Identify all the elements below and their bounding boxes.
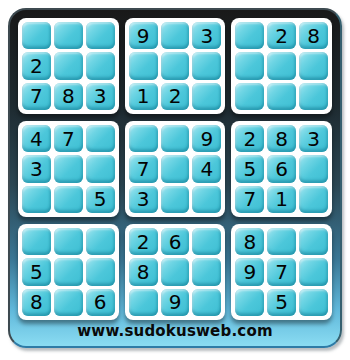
cell-r5c5[interactable] — [161, 155, 190, 182]
cell-r9c8[interactable]: 5 — [267, 289, 296, 316]
cell-r4c9[interactable]: 3 — [299, 125, 328, 152]
cell-r3c7[interactable] — [235, 83, 264, 110]
sudoku-widget: 278393122847359743283567158626898975 www… — [0, 0, 350, 360]
cell-r8c9[interactable] — [299, 258, 328, 285]
cell-r3c1[interactable]: 7 — [22, 83, 51, 110]
cell-r7c2[interactable] — [54, 228, 83, 255]
sudoku-board-frame: 278393122847359743283567158626898975 www… — [8, 8, 342, 348]
cell-r7c7[interactable]: 8 — [235, 228, 264, 255]
cell-r6c2[interactable] — [54, 186, 83, 213]
cell-r7c4[interactable]: 2 — [129, 228, 158, 255]
sudoku-box-0-1: 9312 — [125, 18, 226, 114]
cell-r8c4[interactable]: 8 — [129, 258, 158, 285]
cell-r1c7[interactable] — [235, 22, 264, 49]
cell-r6c3[interactable]: 5 — [86, 186, 115, 213]
cell-r7c9[interactable] — [299, 228, 328, 255]
cell-r4c7[interactable]: 2 — [235, 125, 264, 152]
cell-r4c1[interactable]: 4 — [22, 125, 51, 152]
cell-r1c1[interactable] — [22, 22, 51, 49]
cell-r9c2[interactable] — [54, 289, 83, 316]
cell-r4c6[interactable]: 9 — [192, 125, 221, 152]
cell-r9c5[interactable]: 9 — [161, 289, 190, 316]
site-url[interactable]: www.sudokusweb.com — [10, 320, 340, 342]
cell-r1c6[interactable]: 3 — [192, 22, 221, 49]
cell-r5c8[interactable]: 6 — [267, 155, 296, 182]
cell-r6c7[interactable]: 7 — [235, 186, 264, 213]
sudoku-box-0-2: 28 — [231, 18, 332, 114]
cell-r9c9[interactable] — [299, 289, 328, 316]
cell-r2c8[interactable] — [267, 52, 296, 79]
cell-r9c6[interactable] — [192, 289, 221, 316]
cell-r9c1[interactable]: 8 — [22, 289, 51, 316]
cell-r2c3[interactable] — [86, 52, 115, 79]
cell-r3c3[interactable]: 3 — [86, 83, 115, 110]
cell-r9c7[interactable] — [235, 289, 264, 316]
sudoku-box-2-1: 2689 — [125, 224, 226, 320]
cell-r8c8[interactable]: 7 — [267, 258, 296, 285]
cell-r7c1[interactable] — [22, 228, 51, 255]
cell-r7c5[interactable]: 6 — [161, 228, 190, 255]
cell-r8c2[interactable] — [54, 258, 83, 285]
cell-r1c5[interactable] — [161, 22, 190, 49]
cell-r3c4[interactable]: 1 — [129, 83, 158, 110]
sudoku-box-1-0: 4735 — [18, 121, 119, 217]
cell-r8c3[interactable] — [86, 258, 115, 285]
cell-r4c3[interactable] — [86, 125, 115, 152]
cell-r2c9[interactable] — [299, 52, 328, 79]
cell-r9c3[interactable]: 6 — [86, 289, 115, 316]
cell-r5c3[interactable] — [86, 155, 115, 182]
cell-r5c2[interactable] — [54, 155, 83, 182]
cell-r6c8[interactable]: 1 — [267, 186, 296, 213]
cell-r1c3[interactable] — [86, 22, 115, 49]
cell-r5c1[interactable]: 3 — [22, 155, 51, 182]
cell-r3c8[interactable] — [267, 83, 296, 110]
cell-r8c6[interactable] — [192, 258, 221, 285]
cell-r7c3[interactable] — [86, 228, 115, 255]
cell-r5c7[interactable]: 5 — [235, 155, 264, 182]
cell-r6c4[interactable]: 3 — [129, 186, 158, 213]
cell-r7c6[interactable] — [192, 228, 221, 255]
sudoku-box-0-0: 2783 — [18, 18, 119, 114]
cell-r6c1[interactable] — [22, 186, 51, 213]
cell-r6c5[interactable] — [161, 186, 190, 213]
cell-r4c8[interactable]: 8 — [267, 125, 296, 152]
cell-r2c6[interactable] — [192, 52, 221, 79]
cell-r4c5[interactable] — [161, 125, 190, 152]
sudoku-grid: 278393122847359743283567158626898975 — [18, 18, 332, 320]
cell-r3c9[interactable] — [299, 83, 328, 110]
cell-r8c1[interactable]: 5 — [22, 258, 51, 285]
cell-r2c5[interactable] — [161, 52, 190, 79]
cell-r4c2[interactable]: 7 — [54, 125, 83, 152]
cell-r5c9[interactable] — [299, 155, 328, 182]
sudoku-box-2-0: 586 — [18, 224, 119, 320]
cell-r3c2[interactable]: 8 — [54, 83, 83, 110]
cell-r8c7[interactable]: 9 — [235, 258, 264, 285]
cell-r2c4[interactable] — [129, 52, 158, 79]
cell-r1c2[interactable] — [54, 22, 83, 49]
cell-r3c5[interactable]: 2 — [161, 83, 190, 110]
cell-r6c6[interactable] — [192, 186, 221, 213]
sudoku-box-1-2: 2835671 — [231, 121, 332, 217]
cell-r1c4[interactable]: 9 — [129, 22, 158, 49]
cell-r9c4[interactable] — [129, 289, 158, 316]
cell-r5c4[interactable]: 7 — [129, 155, 158, 182]
cell-r2c7[interactable] — [235, 52, 264, 79]
cell-r7c8[interactable] — [267, 228, 296, 255]
sudoku-box-2-2: 8975 — [231, 224, 332, 320]
cell-r1c9[interactable]: 8 — [299, 22, 328, 49]
cell-r2c2[interactable] — [54, 52, 83, 79]
cell-r4c4[interactable] — [129, 125, 158, 152]
sudoku-box-1-1: 9743 — [125, 121, 226, 217]
cell-r5c6[interactable]: 4 — [192, 155, 221, 182]
cell-r8c5[interactable] — [161, 258, 190, 285]
cell-r3c6[interactable] — [192, 83, 221, 110]
cell-r2c1[interactable]: 2 — [22, 52, 51, 79]
cell-r1c8[interactable]: 2 — [267, 22, 296, 49]
cell-r6c9[interactable] — [299, 186, 328, 213]
